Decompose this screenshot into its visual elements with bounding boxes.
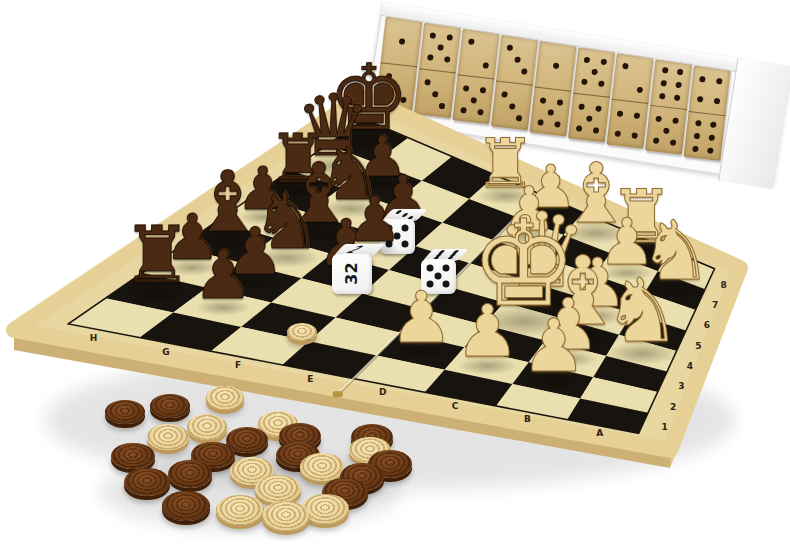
pip bbox=[655, 116, 662, 123]
checker-light bbox=[216, 495, 264, 525]
piece-shadow bbox=[392, 342, 452, 360]
pip bbox=[398, 38, 405, 45]
pip bbox=[659, 93, 666, 100]
checker-light bbox=[255, 475, 301, 503]
domino-bottom-half bbox=[452, 74, 494, 125]
pip bbox=[713, 98, 720, 105]
pip bbox=[557, 100, 564, 107]
piece-shadow bbox=[641, 280, 710, 301]
file-label: A bbox=[596, 428, 603, 438]
checker-dark bbox=[168, 460, 213, 488]
pip bbox=[506, 44, 513, 51]
die-front-face: 32 bbox=[332, 254, 372, 294]
pip bbox=[537, 119, 544, 126]
pip bbox=[437, 44, 444, 51]
piece-shadow bbox=[600, 265, 654, 282]
square-r7c4 bbox=[353, 356, 444, 393]
piece-shadow bbox=[526, 207, 576, 222]
domino-top-half bbox=[458, 29, 500, 79]
pip bbox=[591, 69, 598, 76]
rank-label: 6 bbox=[704, 320, 710, 330]
square-r5c3 bbox=[336, 294, 424, 333]
pip bbox=[672, 118, 679, 125]
pip bbox=[708, 134, 715, 141]
pip bbox=[443, 264, 450, 271]
square-r7c0 bbox=[68, 298, 173, 337]
pip bbox=[468, 39, 475, 46]
file-label: D bbox=[379, 387, 386, 397]
pip bbox=[631, 132, 638, 139]
pip bbox=[439, 103, 446, 110]
domino-bottom-half bbox=[645, 105, 687, 156]
pip bbox=[593, 127, 600, 134]
pip bbox=[431, 91, 438, 98]
domino-top-half bbox=[612, 53, 654, 103]
domino-bottom-half bbox=[683, 111, 725, 162]
pip bbox=[554, 121, 561, 128]
square-r6c7 bbox=[580, 377, 657, 412]
pip bbox=[615, 131, 622, 138]
domino-bottom-half bbox=[568, 93, 610, 144]
domino-top-half bbox=[650, 59, 692, 109]
pip bbox=[581, 78, 588, 85]
pip bbox=[653, 137, 660, 144]
rank-label: 1 bbox=[661, 422, 667, 432]
square-r2c4 bbox=[470, 240, 544, 280]
domino-bottom-half bbox=[606, 99, 648, 150]
file-label: E bbox=[307, 374, 313, 384]
rank-label: 2 bbox=[670, 402, 676, 412]
checker-dark bbox=[111, 443, 154, 470]
pip bbox=[586, 115, 593, 122]
piece-shadow bbox=[320, 199, 381, 218]
piece-shadow bbox=[538, 350, 598, 368]
pip bbox=[716, 78, 723, 85]
rank-label: 4 bbox=[687, 361, 693, 371]
domino-bottom-half bbox=[375, 62, 417, 113]
fold-hinge bbox=[333, 391, 343, 397]
piece-shadow bbox=[124, 283, 190, 303]
pip bbox=[661, 80, 668, 87]
pip bbox=[697, 96, 704, 103]
piece-shadow bbox=[228, 274, 283, 291]
pip bbox=[692, 146, 699, 153]
pip bbox=[598, 80, 605, 87]
pip bbox=[463, 86, 470, 93]
pip bbox=[521, 68, 528, 75]
pip bbox=[622, 63, 629, 70]
pip bbox=[699, 76, 706, 83]
white-die bbox=[421, 259, 456, 294]
domino-top-half bbox=[496, 35, 538, 85]
checker-dark bbox=[162, 491, 209, 520]
domino-top-half bbox=[689, 65, 731, 115]
doubling-cube: 232 bbox=[332, 254, 372, 294]
pip bbox=[446, 35, 453, 42]
piece-shadow bbox=[238, 209, 288, 224]
domino-bottom-half bbox=[529, 87, 571, 138]
pip bbox=[670, 139, 677, 146]
piece-shadow bbox=[166, 259, 219, 275]
piece-shadow bbox=[254, 248, 320, 268]
pip bbox=[400, 213, 408, 217]
checker-light bbox=[300, 453, 344, 480]
pip bbox=[578, 104, 585, 111]
pip bbox=[633, 112, 640, 119]
rank-label: 8 bbox=[721, 280, 727, 290]
piece-shadow bbox=[561, 222, 631, 244]
square-r7c5 bbox=[425, 370, 513, 406]
file-label: G bbox=[162, 347, 169, 357]
checker-light bbox=[206, 386, 245, 410]
pip bbox=[402, 224, 409, 231]
piece-shadow bbox=[195, 299, 251, 316]
pip bbox=[695, 119, 702, 126]
domino-bottom-half bbox=[414, 68, 456, 119]
domino-top-half bbox=[381, 16, 423, 66]
checker-dark bbox=[124, 468, 169, 496]
piece-shadow bbox=[284, 223, 354, 245]
pip bbox=[483, 62, 490, 69]
pip bbox=[576, 125, 583, 132]
piece-shadow bbox=[523, 371, 584, 390]
pip bbox=[552, 62, 559, 69]
pip bbox=[394, 210, 402, 214]
file-label: B bbox=[524, 414, 531, 424]
domino-top-half bbox=[419, 23, 461, 73]
piece-shadow bbox=[270, 183, 326, 200]
cube-front-number: 32 bbox=[342, 262, 361, 284]
pip bbox=[427, 54, 434, 61]
pip bbox=[385, 73, 392, 80]
checker-dark bbox=[150, 394, 189, 418]
piece-shadow bbox=[605, 342, 679, 365]
pip bbox=[637, 86, 644, 93]
pip bbox=[501, 91, 508, 98]
pip bbox=[424, 79, 431, 86]
file-label: H bbox=[90, 333, 98, 343]
pip bbox=[516, 115, 523, 122]
pip bbox=[429, 33, 436, 40]
piece-shadow bbox=[331, 129, 407, 153]
pip bbox=[480, 87, 487, 94]
pip bbox=[675, 82, 682, 89]
pip bbox=[426, 281, 433, 288]
square-r7c1 bbox=[140, 313, 241, 352]
domino-top-half bbox=[535, 41, 577, 91]
file-label: F bbox=[235, 360, 241, 370]
piece-shadow bbox=[298, 155, 369, 177]
rank-label: 3 bbox=[678, 381, 684, 391]
dominoes-box bbox=[364, 2, 790, 189]
pip bbox=[710, 121, 717, 128]
pip bbox=[444, 56, 451, 63]
pip bbox=[514, 56, 521, 63]
checker-light bbox=[187, 414, 228, 439]
checker-dark bbox=[105, 400, 145, 425]
piece-shadow bbox=[192, 231, 263, 253]
pip bbox=[674, 95, 681, 102]
piece-shadow bbox=[477, 187, 534, 205]
piece-shadow bbox=[611, 242, 672, 261]
pip bbox=[508, 103, 515, 110]
square-r7c3 bbox=[282, 341, 377, 378]
pip bbox=[663, 127, 670, 134]
domino-top-half bbox=[573, 47, 615, 97]
domino-bottom-half bbox=[491, 80, 533, 131]
square-r6c3 bbox=[309, 317, 400, 355]
pip bbox=[694, 133, 701, 140]
die-front-face bbox=[421, 259, 456, 294]
pip bbox=[617, 110, 624, 117]
square-r7c7 bbox=[567, 398, 648, 433]
checker-light bbox=[147, 424, 189, 450]
checker-light bbox=[287, 323, 317, 342]
pip bbox=[595, 106, 602, 113]
pip bbox=[477, 108, 484, 115]
pip bbox=[677, 68, 684, 75]
pip bbox=[394, 233, 401, 240]
pip bbox=[584, 57, 591, 64]
piece-shadow bbox=[359, 177, 406, 192]
pip bbox=[385, 224, 392, 231]
file-label: C bbox=[452, 401, 459, 411]
rank-label: 7 bbox=[712, 300, 718, 310]
pip bbox=[460, 107, 467, 114]
game-set-photo: H8G7F6E5D4C3B2A1 ♚♛♟♜♞♟♟♝♟♝♞♟♟♟♜♟♜♟♝♜♟♟♞… bbox=[0, 0, 790, 551]
pip bbox=[600, 59, 607, 66]
pip bbox=[662, 67, 669, 74]
pip bbox=[547, 109, 554, 116]
pip bbox=[400, 97, 407, 104]
piece-shadow bbox=[569, 307, 625, 324]
pip bbox=[470, 97, 477, 104]
pip bbox=[426, 264, 433, 271]
square-r7c6 bbox=[496, 384, 580, 419]
pip bbox=[393, 85, 400, 92]
pip bbox=[443, 281, 450, 288]
checker-light bbox=[262, 501, 310, 531]
pip bbox=[435, 273, 442, 280]
pip bbox=[540, 98, 547, 105]
pip bbox=[402, 241, 409, 248]
rank-label: 5 bbox=[695, 341, 701, 351]
pip bbox=[707, 148, 714, 155]
piece-shadow bbox=[457, 357, 517, 376]
piece-shadow bbox=[503, 229, 554, 245]
fold-hinge bbox=[550, 175, 560, 181]
